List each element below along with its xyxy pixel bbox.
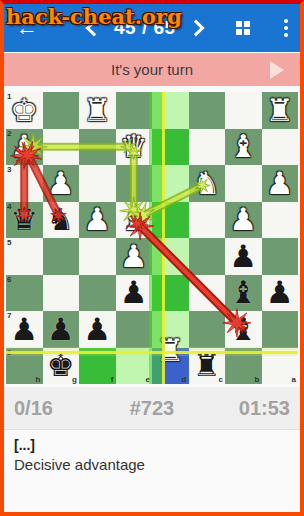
square-b3[interactable] bbox=[225, 165, 262, 202]
square-e6[interactable]: ♟ bbox=[116, 275, 153, 312]
piece-bQ-h4[interactable]: ♛ bbox=[10, 204, 38, 235]
piece-bN-g4[interactable]: ♞ bbox=[47, 204, 75, 235]
piece-bP-b5[interactable]: ♟ bbox=[229, 241, 257, 272]
square-a2[interactable] bbox=[262, 129, 299, 166]
square-b4[interactable]: ♟ bbox=[225, 202, 262, 239]
square-c4[interactable] bbox=[189, 202, 226, 239]
square-e4[interactable]: ♝ bbox=[116, 202, 153, 239]
rank-label-8: 8 bbox=[7, 348, 11, 357]
square-g2[interactable] bbox=[43, 129, 80, 166]
square-e8[interactable]: e bbox=[116, 348, 153, 385]
square-h7[interactable]: 7♟ bbox=[6, 311, 43, 348]
app-window: hack-cheat.org ← 45 / 65 It's your turn … bbox=[0, 0, 304, 516]
square-h1[interactable]: 1♚ bbox=[6, 92, 43, 129]
file-label-h: h bbox=[36, 375, 41, 384]
square-d3[interactable] bbox=[152, 165, 189, 202]
file-label-c: c bbox=[219, 375, 223, 384]
square-c7[interactable] bbox=[189, 311, 226, 348]
piece-wP-e5[interactable]: ♟ bbox=[120, 241, 148, 272]
rank-label-1: 1 bbox=[7, 92, 11, 101]
square-a1[interactable]: ♜ bbox=[262, 92, 299, 129]
square-d8[interactable]: d♜ bbox=[152, 348, 189, 385]
square-f5[interactable] bbox=[79, 238, 116, 275]
piece-bP-h7[interactable]: ♟ bbox=[10, 314, 38, 345]
piece-wR-d8[interactable]: ♜ bbox=[156, 335, 184, 366]
piece-wR-f1[interactable]: ♜ bbox=[83, 95, 111, 126]
square-b2[interactable]: ♝ bbox=[225, 129, 262, 166]
square-g3[interactable]: ♟ bbox=[43, 165, 80, 202]
square-g4[interactable]: ♞ bbox=[43, 202, 80, 239]
highlight-d1 bbox=[152, 92, 189, 129]
status-bar: 0/16 #723 01:53 bbox=[4, 387, 300, 430]
square-b8[interactable]: b bbox=[225, 348, 262, 385]
square-f4[interactable]: ♟ bbox=[79, 202, 116, 239]
puzzle-number: #723 bbox=[130, 397, 175, 420]
square-c1[interactable] bbox=[189, 92, 226, 129]
square-h4[interactable]: 4♛ bbox=[6, 202, 43, 239]
piece-wK-h1[interactable]: ♚ bbox=[10, 95, 38, 126]
square-h3[interactable]: 3 bbox=[6, 165, 43, 202]
square-c6[interactable] bbox=[189, 275, 226, 312]
square-b5[interactable]: ♟ bbox=[225, 238, 262, 275]
piece-bP-e6[interactable]: ♟ bbox=[120, 277, 148, 308]
file-label-e: e bbox=[146, 375, 150, 384]
square-g6[interactable] bbox=[43, 275, 80, 312]
square-f3[interactable] bbox=[79, 165, 116, 202]
square-g1[interactable] bbox=[43, 92, 80, 129]
rank-label-7: 7 bbox=[7, 311, 11, 320]
square-f1[interactable]: ♜ bbox=[79, 92, 116, 129]
square-b1[interactable] bbox=[225, 92, 262, 129]
overflow-menu-icon[interactable] bbox=[284, 19, 288, 37]
square-a6[interactable]: ♟ bbox=[262, 275, 299, 312]
turn-banner-text: It's your turn bbox=[111, 61, 193, 78]
square-c2[interactable] bbox=[189, 129, 226, 166]
square-e5[interactable]: ♟ bbox=[116, 238, 153, 275]
square-h2[interactable]: 2♟ bbox=[6, 129, 43, 166]
highlight-d3 bbox=[152, 165, 189, 202]
square-b7[interactable]: ♝ bbox=[225, 311, 262, 348]
highlight-d2 bbox=[152, 129, 189, 166]
square-e2[interactable]: ♛ bbox=[116, 129, 153, 166]
piece-wB-b2[interactable]: ♝ bbox=[229, 131, 257, 162]
square-a5[interactable] bbox=[262, 238, 299, 275]
piece-bK-g8[interactable]: ♚ bbox=[47, 350, 75, 381]
square-h8[interactable]: 8h bbox=[6, 348, 43, 385]
score-counter: 0/16 bbox=[14, 397, 53, 420]
piece-bP-g7[interactable]: ♟ bbox=[47, 314, 75, 345]
piece-bP-a6[interactable]: ♟ bbox=[266, 277, 294, 308]
square-a7[interactable] bbox=[262, 311, 299, 348]
timer: 01:53 bbox=[239, 397, 290, 420]
turn-banner: It's your turn bbox=[4, 53, 300, 86]
file-label-g: g bbox=[72, 375, 77, 384]
piece-bR-c8[interactable]: ♜ bbox=[193, 350, 221, 381]
square-g8[interactable]: g♚ bbox=[43, 348, 80, 385]
square-f8[interactable]: f bbox=[79, 348, 116, 385]
piece-bB-b7[interactable]: ♝ bbox=[229, 314, 257, 345]
piece-wP-b4[interactable]: ♟ bbox=[229, 204, 257, 235]
square-b6[interactable]: ♝ bbox=[225, 275, 262, 312]
watermark: hack-cheat.org bbox=[6, 4, 182, 29]
file-label-b: b bbox=[255, 375, 260, 384]
piece-wP-f4[interactable]: ♟ bbox=[83, 204, 111, 235]
piece-wP-a3[interactable]: ♟ bbox=[266, 168, 294, 199]
grid-menu-icon[interactable] bbox=[236, 21, 250, 35]
file-label-f: f bbox=[111, 375, 114, 384]
rank-label-6: 6 bbox=[7, 275, 11, 284]
square-e1[interactable] bbox=[116, 92, 153, 129]
piece-bB-b6[interactable]: ♝ bbox=[229, 277, 257, 308]
play-icon[interactable] bbox=[270, 61, 284, 79]
square-a8[interactable]: a bbox=[262, 348, 299, 385]
analysis-panel: [...] Decisive advantage bbox=[4, 430, 300, 516]
piece-wP-h2[interactable]: ♟ bbox=[10, 131, 38, 162]
square-d2[interactable] bbox=[152, 129, 189, 166]
piece-wP-g3[interactable]: ♟ bbox=[47, 168, 75, 199]
square-e7[interactable] bbox=[116, 311, 153, 348]
file-label-a: a bbox=[292, 375, 296, 384]
piece-bP-f7[interactable]: ♟ bbox=[83, 314, 111, 345]
square-f7[interactable]: ♟ bbox=[79, 311, 116, 348]
rank-label-3: 3 bbox=[7, 165, 11, 174]
square-h5[interactable]: 5 bbox=[6, 238, 43, 275]
square-h6[interactable]: 6 bbox=[6, 275, 43, 312]
square-e3[interactable] bbox=[116, 165, 153, 202]
evaluation-text: Decisive advantage bbox=[14, 456, 290, 473]
piece-wB-e4[interactable]: ♝ bbox=[120, 204, 148, 235]
rank-label-4: 4 bbox=[7, 202, 11, 211]
square-d4[interactable] bbox=[152, 202, 189, 239]
rank-label-5: 5 bbox=[7, 238, 11, 247]
square-c3[interactable]: ♞ bbox=[189, 165, 226, 202]
piece-wN-c3[interactable]: ♞ bbox=[193, 168, 221, 199]
square-c8[interactable]: c♜ bbox=[189, 348, 226, 385]
move-list[interactable]: [...] bbox=[14, 437, 290, 453]
square-g7[interactable]: ♟ bbox=[43, 311, 80, 348]
highlight-d6 bbox=[152, 275, 189, 312]
file-label-d: d bbox=[182, 375, 187, 384]
square-c5[interactable] bbox=[189, 238, 226, 275]
piece-wR-a1[interactable]: ♜ bbox=[266, 95, 294, 126]
square-a4[interactable] bbox=[262, 202, 299, 239]
square-f2[interactable] bbox=[79, 129, 116, 166]
highlight-d5 bbox=[152, 238, 189, 275]
chess-board: 1♚♜♜2♟♛♝3♟♞♟4♛♞♟♝♟5♟♟6♟♝♟7♟♟♟♝8hg♚fed♜c♜… bbox=[6, 92, 298, 384]
square-d6[interactable] bbox=[152, 275, 189, 312]
piece-wQ-e2[interactable]: ♛ bbox=[120, 131, 148, 162]
square-f6[interactable] bbox=[79, 275, 116, 312]
rank-label-2: 2 bbox=[7, 129, 11, 138]
square-g5[interactable] bbox=[43, 238, 80, 275]
highlight-d4 bbox=[152, 202, 189, 239]
square-d1[interactable] bbox=[152, 92, 189, 129]
square-a3[interactable]: ♟ bbox=[262, 165, 299, 202]
square-d5[interactable] bbox=[152, 238, 189, 275]
next-puzzle-icon[interactable] bbox=[187, 20, 204, 37]
